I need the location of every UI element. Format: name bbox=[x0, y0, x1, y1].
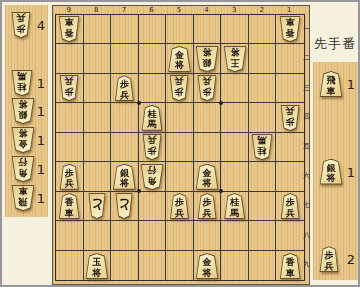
square-3-8[interactable] bbox=[221, 221, 249, 250]
square-1-5[interactable] bbox=[276, 133, 304, 162]
square-1-4[interactable]: 歩兵 bbox=[276, 103, 304, 132]
sente-hand-silver[interactable]: 銀将1 bbox=[313, 159, 358, 186]
square-6-1[interactable] bbox=[139, 15, 167, 44]
square-5-9[interactable] bbox=[166, 251, 194, 280]
square-6-3[interactable] bbox=[139, 74, 167, 103]
piece-gote-lance[interactable]: 香車 bbox=[279, 16, 301, 42]
square-3-4[interactable] bbox=[221, 103, 249, 132]
square-5-7[interactable]: 歩兵 bbox=[166, 192, 194, 221]
square-2-1[interactable] bbox=[249, 15, 277, 44]
square-3-3[interactable] bbox=[221, 74, 249, 103]
rank-label-5: 五 bbox=[303, 132, 310, 161]
square-3-5[interactable] bbox=[221, 133, 249, 162]
piece-sente-silver[interactable]: 銀将 bbox=[319, 159, 343, 185]
square-3-6[interactable] bbox=[221, 162, 249, 191]
square-2-2[interactable] bbox=[249, 44, 277, 73]
square-8-4[interactable] bbox=[84, 103, 112, 132]
captured-count: 2 bbox=[347, 252, 355, 267]
captured-count: 1 bbox=[37, 133, 45, 148]
rank-label-2: 二 bbox=[303, 43, 310, 72]
piece-gote-silver[interactable]: 銀将 bbox=[195, 46, 219, 72]
square-9-4[interactable] bbox=[56, 103, 84, 132]
piece-gote-bishop[interactable]: 角行 bbox=[140, 164, 164, 190]
rank-label-9: 九 bbox=[303, 250, 310, 279]
piece-sente-pawn[interactable]: 歩兵 bbox=[169, 193, 189, 219]
square-6-4[interactable]: 桂馬 bbox=[139, 103, 167, 132]
piece-gote-tokin[interactable]: と bbox=[115, 193, 133, 219]
rank-label-6: 六 bbox=[303, 161, 310, 190]
square-9-7[interactable]: 香車 bbox=[56, 192, 84, 221]
square-2-3[interactable] bbox=[249, 74, 277, 103]
piece-sente-pawn[interactable]: 歩兵 bbox=[114, 75, 134, 101]
gote-hand-bishop[interactable]: 角行1 bbox=[5, 156, 48, 183]
rank-label-4: 四 bbox=[303, 102, 310, 131]
piece-sente-pawn[interactable]: 歩兵 bbox=[59, 164, 79, 190]
captured-count: 1 bbox=[37, 191, 45, 206]
square-4-8[interactable] bbox=[194, 221, 222, 250]
square-5-6[interactable] bbox=[166, 162, 194, 191]
rank-label-3: 三 bbox=[303, 73, 310, 102]
square-4-5[interactable] bbox=[194, 133, 222, 162]
square-8-7[interactable]: と bbox=[84, 192, 112, 221]
piece-gote-king[interactable]: 王将 bbox=[223, 46, 247, 72]
piece-gote-knight[interactable]: 桂馬 bbox=[251, 134, 273, 160]
square-2-8[interactable] bbox=[249, 221, 277, 250]
hoshi-dot bbox=[219, 101, 223, 105]
piece-sente-gold[interactable]: 金将 bbox=[195, 164, 219, 190]
piece-gote-knight[interactable]: 桂馬 bbox=[11, 70, 33, 96]
square-9-3[interactable]: 歩兵 bbox=[56, 74, 84, 103]
sente-hand-pawn[interactable]: 歩兵2 bbox=[313, 246, 358, 273]
piece-gote-rook[interactable]: 飛車 bbox=[11, 185, 35, 211]
piece-sente-gold[interactable]: 金将 bbox=[167, 46, 191, 72]
square-1-9[interactable]: 香車 bbox=[276, 251, 304, 280]
square-5-8[interactable] bbox=[166, 221, 194, 250]
square-6-2[interactable] bbox=[139, 44, 167, 73]
piece-sente-pawn[interactable]: 歩兵 bbox=[197, 193, 217, 219]
piece-gote-pawn[interactable]: 歩兵 bbox=[59, 75, 79, 101]
square-2-9[interactable] bbox=[249, 251, 277, 280]
piece-gote-pawn[interactable]: 歩兵 bbox=[280, 105, 300, 131]
rank-label-7: 七 bbox=[303, 191, 310, 220]
file-label-2: 2 bbox=[248, 6, 276, 14]
square-3-7[interactable]: 桂馬 bbox=[221, 192, 249, 221]
piece-gote-tokin[interactable]: と bbox=[88, 193, 106, 219]
board-grid: 香車香車金将銀将王将歩兵歩兵歩兵歩兵桂馬歩兵歩兵桂馬歩兵銀将角行金将香車とと歩兵… bbox=[55, 14, 305, 281]
piece-gote-bishop[interactable]: 角行 bbox=[11, 156, 35, 182]
square-9-6[interactable]: 歩兵 bbox=[56, 162, 84, 191]
square-6-7[interactable] bbox=[139, 192, 167, 221]
square-3-1[interactable] bbox=[221, 15, 249, 44]
square-4-3[interactable]: 歩兵 bbox=[194, 74, 222, 103]
gote-captured-stand: 歩兵4桂馬1銀将1金将1角行1飛車1 bbox=[5, 5, 48, 217]
square-6-9[interactable] bbox=[139, 251, 167, 280]
square-2-4[interactable] bbox=[249, 103, 277, 132]
captured-count: 1 bbox=[347, 165, 355, 180]
square-6-5[interactable]: 歩兵 bbox=[139, 133, 167, 162]
square-1-1[interactable]: 香車 bbox=[276, 15, 304, 44]
piece-sente-pawn[interactable]: 歩兵 bbox=[319, 246, 339, 272]
rank-label-8: 八 bbox=[303, 220, 310, 249]
square-7-5[interactable] bbox=[111, 133, 139, 162]
square-6-8[interactable] bbox=[139, 221, 167, 250]
file-label-7: 7 bbox=[110, 6, 138, 14]
sente-hand-rook[interactable]: 飛車1 bbox=[313, 71, 358, 98]
piece-sente-gold[interactable]: 金将 bbox=[195, 253, 219, 279]
square-8-5[interactable] bbox=[84, 133, 112, 162]
captured-count: 4 bbox=[37, 18, 45, 33]
square-4-9[interactable]: 金将 bbox=[194, 251, 222, 280]
square-5-2[interactable]: 金将 bbox=[166, 44, 194, 73]
square-8-2[interactable] bbox=[84, 44, 112, 73]
square-7-6[interactable]: 銀将 bbox=[111, 162, 139, 191]
square-1-8[interactable] bbox=[276, 221, 304, 250]
square-5-4[interactable] bbox=[166, 103, 194, 132]
file-label-6: 6 bbox=[138, 6, 166, 14]
square-4-7[interactable]: 歩兵 bbox=[194, 192, 222, 221]
captured-count: 1 bbox=[37, 76, 45, 91]
square-7-1[interactable] bbox=[111, 15, 139, 44]
square-5-5[interactable] bbox=[166, 133, 194, 162]
square-1-6[interactable] bbox=[276, 162, 304, 191]
square-9-5[interactable] bbox=[56, 133, 84, 162]
piece-gote-pawn[interactable]: 歩兵 bbox=[169, 75, 189, 101]
square-4-1[interactable] bbox=[194, 15, 222, 44]
square-8-8[interactable] bbox=[84, 221, 112, 250]
piece-gote-silver[interactable]: 銀将 bbox=[11, 98, 35, 124]
square-1-7[interactable]: 歩兵 bbox=[276, 192, 304, 221]
square-8-3[interactable] bbox=[84, 74, 112, 103]
hoshi-dot bbox=[137, 189, 141, 193]
piece-sente-lance[interactable]: 香車 bbox=[279, 253, 301, 279]
file-label-4: 4 bbox=[193, 6, 221, 14]
square-4-2[interactable]: 銀将 bbox=[194, 44, 222, 73]
file-label-5: 5 bbox=[165, 6, 193, 14]
square-5-3[interactable]: 歩兵 bbox=[166, 74, 194, 103]
piece-gote-lance[interactable]: 香車 bbox=[58, 16, 80, 42]
square-7-4[interactable] bbox=[111, 103, 139, 132]
square-3-9[interactable] bbox=[221, 251, 249, 280]
square-7-8[interactable] bbox=[111, 221, 139, 250]
captured-count: 1 bbox=[37, 162, 45, 177]
gote-hand-silver[interactable]: 銀将1 bbox=[5, 98, 48, 125]
square-4-6[interactable]: 金将 bbox=[194, 162, 222, 191]
piece-gote-pawn[interactable]: 歩兵 bbox=[11, 12, 31, 38]
file-label-1: 1 bbox=[276, 6, 304, 14]
square-7-3[interactable]: 歩兵 bbox=[111, 74, 139, 103]
piece-sente-silver[interactable]: 銀将 bbox=[112, 164, 136, 190]
piece-sente-knight[interactable]: 桂馬 bbox=[224, 193, 246, 219]
captured-count: 1 bbox=[37, 104, 45, 119]
square-1-3[interactable] bbox=[276, 74, 304, 103]
shogi-board: 987654321 香車香車金将銀将王将歩兵歩兵歩兵歩兵桂馬歩兵歩兵桂馬歩兵銀将… bbox=[52, 5, 310, 285]
hoshi-dot bbox=[219, 189, 223, 193]
square-8-6[interactable] bbox=[84, 162, 112, 191]
gote-hand-knight[interactable]: 桂馬1 bbox=[5, 70, 48, 97]
file-label-3: 3 bbox=[220, 6, 248, 14]
square-2-7[interactable] bbox=[249, 192, 277, 221]
square-5-1[interactable] bbox=[166, 15, 194, 44]
square-7-7[interactable]: と bbox=[111, 192, 139, 221]
turn-indicator: 先手番 bbox=[314, 35, 360, 53]
file-label-8: 8 bbox=[83, 6, 111, 14]
rank-coordinates: 一二三四五六七八九 bbox=[303, 14, 310, 279]
square-7-2[interactable] bbox=[111, 44, 139, 73]
square-2-6[interactable] bbox=[249, 162, 277, 191]
piece-sente-rook[interactable]: 飛車 bbox=[319, 71, 343, 97]
hoshi-dot bbox=[137, 101, 141, 105]
square-9-2[interactable] bbox=[56, 44, 84, 73]
piece-sente-lance[interactable]: 香車 bbox=[58, 193, 80, 219]
gote-hand-rook[interactable]: 飛車1 bbox=[5, 185, 48, 212]
shogi-diagram: 歩兵4桂馬1銀将1金将1角行1飛車1 987654321 香車香車金将銀将王将歩… bbox=[0, 0, 360, 287]
piece-sente-pawn[interactable]: 歩兵 bbox=[280, 193, 300, 219]
square-2-5[interactable]: 桂馬 bbox=[249, 133, 277, 162]
gote-hand-pawn[interactable]: 歩兵4 bbox=[5, 12, 48, 39]
square-7-9[interactable] bbox=[111, 251, 139, 280]
square-3-2[interactable]: 王将 bbox=[221, 44, 249, 73]
square-9-9[interactable] bbox=[56, 251, 84, 280]
square-1-2[interactable] bbox=[276, 44, 304, 73]
square-8-9[interactable]: 玉将 bbox=[84, 251, 112, 280]
piece-gote-gold[interactable]: 金将 bbox=[11, 127, 35, 153]
square-9-1[interactable]: 香車 bbox=[56, 15, 84, 44]
gote-hand-gold[interactable]: 金将1 bbox=[5, 127, 48, 154]
square-9-8[interactable] bbox=[56, 221, 84, 250]
rank-label-1: 一 bbox=[303, 14, 310, 43]
captured-count: 1 bbox=[347, 77, 355, 92]
piece-sente-king[interactable]: 玉将 bbox=[85, 253, 109, 279]
square-4-4[interactable] bbox=[194, 103, 222, 132]
piece-sente-knight[interactable]: 桂馬 bbox=[141, 105, 163, 131]
file-label-9: 9 bbox=[55, 6, 83, 14]
sente-captured-stand: 飛車1銀将1歩兵2 bbox=[313, 62, 358, 280]
piece-gote-pawn[interactable]: 歩兵 bbox=[142, 134, 162, 160]
file-coordinates: 987654321 bbox=[55, 6, 303, 14]
square-8-1[interactable] bbox=[84, 15, 112, 44]
piece-gote-pawn[interactable]: 歩兵 bbox=[197, 75, 217, 101]
square-6-6[interactable]: 角行 bbox=[139, 162, 167, 191]
